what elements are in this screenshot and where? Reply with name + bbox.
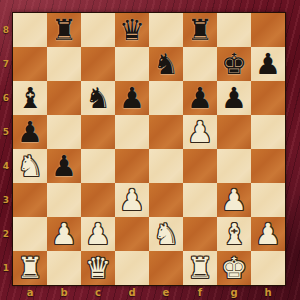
- piece-white-king-g1[interactable]: ♚: [217, 251, 251, 285]
- square-g8[interactable]: [217, 13, 251, 47]
- piece-white-knight-e2[interactable]: ♞: [149, 217, 183, 251]
- square-g7[interactable]: ♚: [217, 47, 251, 81]
- square-h4[interactable]: [251, 149, 285, 183]
- square-h2[interactable]: ♟: [251, 217, 285, 251]
- square-d6[interactable]: ♟: [115, 81, 149, 115]
- square-a8[interactable]: [13, 13, 47, 47]
- square-g3[interactable]: ♟: [217, 183, 251, 217]
- file-label-d: d: [115, 285, 149, 299]
- square-e3[interactable]: [149, 183, 183, 217]
- square-e4[interactable]: [149, 149, 183, 183]
- square-h8[interactable]: [251, 13, 285, 47]
- piece-black-rook-b8[interactable]: ♜: [47, 13, 81, 47]
- square-b8[interactable]: ♜: [47, 13, 81, 47]
- square-b4[interactable]: ♟: [47, 149, 81, 183]
- rank-label-6: 6: [0, 81, 12, 115]
- square-b2[interactable]: ♟: [47, 217, 81, 251]
- piece-white-rook-a1[interactable]: ♜: [13, 251, 47, 285]
- file-label-g: g: [217, 285, 251, 299]
- piece-white-pawn-c2[interactable]: ♟: [81, 217, 115, 251]
- file-label-a: a: [13, 285, 47, 299]
- piece-black-king-g7[interactable]: ♚: [217, 47, 251, 81]
- piece-black-knight-e7[interactable]: ♞: [149, 47, 183, 81]
- chess-board: ♜♛♜♞♚♟♝♞♟♟♟♟♟♞♟♟♟♟♟♞♝♟♜♛♜♚: [12, 12, 286, 286]
- piece-white-pawn-b2[interactable]: ♟: [47, 217, 81, 251]
- square-e8[interactable]: [149, 13, 183, 47]
- square-c5[interactable]: [81, 115, 115, 149]
- piece-black-pawn-h7[interactable]: ♟: [251, 47, 285, 81]
- square-a2[interactable]: [13, 217, 47, 251]
- piece-black-bishop-a6[interactable]: ♝: [13, 81, 47, 115]
- square-h6[interactable]: [251, 81, 285, 115]
- square-d3[interactable]: ♟: [115, 183, 149, 217]
- square-d5[interactable]: [115, 115, 149, 149]
- piece-black-pawn-g6[interactable]: ♟: [217, 81, 251, 115]
- rank-label-4: 4: [0, 149, 12, 183]
- piece-white-pawn-f5[interactable]: ♟: [183, 115, 217, 149]
- rank-label-7: 7: [0, 47, 12, 81]
- file-label-c: c: [81, 285, 115, 299]
- square-f8[interactable]: ♜: [183, 13, 217, 47]
- piece-black-rook-f8[interactable]: ♜: [183, 13, 217, 47]
- square-d4[interactable]: [115, 149, 149, 183]
- piece-white-knight-a4[interactable]: ♞: [13, 149, 47, 183]
- square-g5[interactable]: [217, 115, 251, 149]
- piece-black-pawn-d6[interactable]: ♟: [115, 81, 149, 115]
- piece-white-rook-f1[interactable]: ♜: [183, 251, 217, 285]
- square-b1[interactable]: [47, 251, 81, 285]
- square-b5[interactable]: [47, 115, 81, 149]
- piece-white-pawn-d3[interactable]: ♟: [115, 183, 149, 217]
- square-f7[interactable]: [183, 47, 217, 81]
- square-h7[interactable]: ♟: [251, 47, 285, 81]
- rank-label-2: 2: [0, 217, 12, 251]
- square-a6[interactable]: ♝: [13, 81, 47, 115]
- square-g4[interactable]: [217, 149, 251, 183]
- piece-black-knight-c6[interactable]: ♞: [81, 81, 115, 115]
- square-f2[interactable]: [183, 217, 217, 251]
- square-f1[interactable]: ♜: [183, 251, 217, 285]
- square-b6[interactable]: [47, 81, 81, 115]
- square-e1[interactable]: [149, 251, 183, 285]
- piece-white-pawn-h2[interactable]: ♟: [251, 217, 285, 251]
- square-c7[interactable]: [81, 47, 115, 81]
- square-c1[interactable]: ♛: [81, 251, 115, 285]
- piece-white-pawn-g3[interactable]: ♟: [217, 183, 251, 217]
- square-g1[interactable]: ♚: [217, 251, 251, 285]
- file-label-b: b: [47, 285, 81, 299]
- file-label-f: f: [183, 285, 217, 299]
- square-c8[interactable]: [81, 13, 115, 47]
- square-f6[interactable]: ♟: [183, 81, 217, 115]
- square-d8[interactable]: ♛: [115, 13, 149, 47]
- square-a7[interactable]: [13, 47, 47, 81]
- square-a4[interactable]: ♞: [13, 149, 47, 183]
- square-f3[interactable]: [183, 183, 217, 217]
- rank-label-3: 3: [0, 183, 12, 217]
- piece-black-pawn-b4[interactable]: ♟: [47, 149, 81, 183]
- square-a1[interactable]: ♜: [13, 251, 47, 285]
- chess-board-frame: ♜♛♜♞♚♟♝♞♟♟♟♟♟♞♟♟♟♟♟♞♝♟♜♛♜♚ 87654321abcde…: [0, 0, 300, 300]
- rank-label-5: 5: [0, 115, 12, 149]
- square-e2[interactable]: ♞: [149, 217, 183, 251]
- piece-white-bishop-g2[interactable]: ♝: [217, 217, 251, 251]
- square-e5[interactable]: [149, 115, 183, 149]
- square-a3[interactable]: [13, 183, 47, 217]
- square-d2[interactable]: [115, 217, 149, 251]
- square-d7[interactable]: [115, 47, 149, 81]
- piece-black-queen-d8[interactable]: ♛: [115, 13, 149, 47]
- square-d1[interactable]: [115, 251, 149, 285]
- piece-white-queen-c1[interactable]: ♛: [81, 251, 115, 285]
- square-f4[interactable]: [183, 149, 217, 183]
- rank-label-1: 1: [0, 251, 12, 285]
- file-label-e: e: [149, 285, 183, 299]
- square-g2[interactable]: ♝: [217, 217, 251, 251]
- piece-black-pawn-f6[interactable]: ♟: [183, 81, 217, 115]
- square-b7[interactable]: [47, 47, 81, 81]
- square-h5[interactable]: [251, 115, 285, 149]
- square-c2[interactable]: ♟: [81, 217, 115, 251]
- square-b3[interactable]: [47, 183, 81, 217]
- file-label-h: h: [251, 285, 285, 299]
- square-c3[interactable]: [81, 183, 115, 217]
- square-c6[interactable]: ♞: [81, 81, 115, 115]
- square-e6[interactable]: [149, 81, 183, 115]
- rank-label-8: 8: [0, 13, 12, 47]
- square-h3[interactable]: [251, 183, 285, 217]
- square-c4[interactable]: [81, 149, 115, 183]
- square-g6[interactable]: ♟: [217, 81, 251, 115]
- square-a5[interactable]: ♟: [13, 115, 47, 149]
- square-f5[interactable]: ♟: [183, 115, 217, 149]
- square-e7[interactable]: ♞: [149, 47, 183, 81]
- piece-black-pawn-a5[interactable]: ♟: [13, 115, 47, 149]
- square-h1[interactable]: [251, 251, 285, 285]
